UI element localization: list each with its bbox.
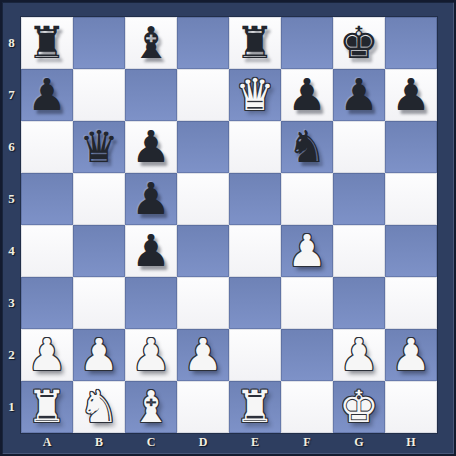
square-g8[interactable]: ♚: [333, 17, 385, 69]
square-a8[interactable]: ♜: [21, 17, 73, 69]
square-d1[interactable]: [177, 381, 229, 433]
square-g1[interactable]: ♚: [333, 381, 385, 433]
piece-black-queen[interactable]: ♛: [79, 121, 118, 173]
square-h5[interactable]: [385, 173, 437, 225]
piece-black-knight[interactable]: ♞: [287, 121, 326, 173]
piece-white-queen[interactable]: ♛: [235, 69, 274, 121]
square-c2[interactable]: ♟: [125, 329, 177, 381]
rank-label-4: 4: [2, 225, 21, 277]
file-label-b: B: [73, 433, 125, 452]
piece-black-pawn[interactable]: ♟: [339, 69, 378, 121]
square-e5[interactable]: [229, 173, 281, 225]
square-e1[interactable]: ♜: [229, 381, 281, 433]
square-b3[interactable]: [73, 277, 125, 329]
piece-white-pawn[interactable]: ♟: [131, 329, 170, 381]
square-g4[interactable]: [333, 225, 385, 277]
piece-black-king[interactable]: ♚: [339, 17, 378, 69]
square-h4[interactable]: [385, 225, 437, 277]
square-c7[interactable]: [125, 69, 177, 121]
file-label-a: A: [21, 433, 73, 452]
square-d7[interactable]: [177, 69, 229, 121]
piece-white-pawn[interactable]: ♟: [27, 329, 66, 381]
file-label-h: H: [385, 433, 437, 452]
square-c8[interactable]: ♝: [125, 17, 177, 69]
rank-label-6: 6: [2, 121, 21, 173]
square-a2[interactable]: ♟: [21, 329, 73, 381]
piece-white-pawn[interactable]: ♟: [339, 329, 378, 381]
square-b5[interactable]: [73, 173, 125, 225]
square-e6[interactable]: [229, 121, 281, 173]
piece-white-rook[interactable]: ♜: [235, 381, 274, 433]
square-b6[interactable]: ♛: [73, 121, 125, 173]
piece-white-rook[interactable]: ♜: [27, 381, 66, 433]
square-f7[interactable]: ♟: [281, 69, 333, 121]
file-label-d: D: [177, 433, 229, 452]
piece-black-bishop[interactable]: ♝: [131, 17, 170, 69]
square-g2[interactable]: ♟: [333, 329, 385, 381]
square-h1[interactable]: [385, 381, 437, 433]
square-c6[interactable]: ♟: [125, 121, 177, 173]
square-h6[interactable]: [385, 121, 437, 173]
piece-white-knight[interactable]: ♞: [79, 381, 118, 433]
square-f5[interactable]: [281, 173, 333, 225]
square-d3[interactable]: [177, 277, 229, 329]
square-b1[interactable]: ♞: [73, 381, 125, 433]
square-g6[interactable]: [333, 121, 385, 173]
piece-white-pawn[interactable]: ♟: [391, 329, 430, 381]
piece-black-pawn[interactable]: ♟: [131, 173, 170, 225]
square-d5[interactable]: [177, 173, 229, 225]
piece-white-pawn[interactable]: ♟: [79, 329, 118, 381]
square-h3[interactable]: [385, 277, 437, 329]
file-label-e: E: [229, 433, 281, 452]
square-e2[interactable]: [229, 329, 281, 381]
file-label-g: G: [333, 433, 385, 452]
piece-black-rook[interactable]: ♜: [235, 17, 274, 69]
piece-black-pawn[interactable]: ♟: [27, 69, 66, 121]
square-e8[interactable]: ♜: [229, 17, 281, 69]
square-d6[interactable]: [177, 121, 229, 173]
file-label-c: C: [125, 433, 177, 452]
rank-label-8: 8: [2, 17, 21, 69]
square-e4[interactable]: [229, 225, 281, 277]
square-d4[interactable]: [177, 225, 229, 277]
square-g3[interactable]: [333, 277, 385, 329]
square-a1[interactable]: ♜: [21, 381, 73, 433]
rank-label-2: 2: [2, 329, 21, 381]
piece-black-rook[interactable]: ♜: [27, 17, 66, 69]
rank-label-7: 7: [2, 69, 21, 121]
square-f8[interactable]: [281, 17, 333, 69]
square-f3[interactable]: [281, 277, 333, 329]
square-c4[interactable]: ♟: [125, 225, 177, 277]
square-d8[interactable]: [177, 17, 229, 69]
square-d2[interactable]: ♟: [177, 329, 229, 381]
file-label-f: F: [281, 433, 333, 452]
square-g7[interactable]: ♟: [333, 69, 385, 121]
square-a3[interactable]: [21, 277, 73, 329]
square-g5[interactable]: [333, 173, 385, 225]
piece-black-pawn[interactable]: ♟: [391, 69, 430, 121]
square-h2[interactable]: ♟: [385, 329, 437, 381]
rank-label-3: 3: [2, 277, 21, 329]
square-c3[interactable]: [125, 277, 177, 329]
square-h8[interactable]: [385, 17, 437, 69]
square-a7[interactable]: ♟: [21, 69, 73, 121]
square-a6[interactable]: [21, 121, 73, 173]
square-c5[interactable]: ♟: [125, 173, 177, 225]
piece-black-pawn[interactable]: ♟: [131, 121, 170, 173]
square-e3[interactable]: [229, 277, 281, 329]
square-f1[interactable]: [281, 381, 333, 433]
square-b4[interactable]: [73, 225, 125, 277]
piece-black-pawn[interactable]: ♟: [287, 69, 326, 121]
square-b8[interactable]: [73, 17, 125, 69]
square-c1[interactable]: ♝: [125, 381, 177, 433]
square-e7[interactable]: ♛: [229, 69, 281, 121]
rank-label-1: 1: [2, 381, 21, 433]
piece-white-bishop[interactable]: ♝: [131, 381, 170, 433]
square-b7[interactable]: [73, 69, 125, 121]
square-b2[interactable]: ♟: [73, 329, 125, 381]
square-f6[interactable]: ♞: [281, 121, 333, 173]
square-a5[interactable]: [21, 173, 73, 225]
rank-labels: 8 7 6 5 4 3 2 1: [2, 17, 21, 433]
square-h7[interactable]: ♟: [385, 69, 437, 121]
piece-white-pawn[interactable]: ♟: [183, 329, 222, 381]
chess-board-frame: 8 7 6 5 4 3 2 1 ♜♝♜♚♟♛♟♟♟♛♟♞♟♟♟♟♟♟♟♟♟♜♞♝…: [0, 0, 456, 456]
piece-white-king[interactable]: ♚: [339, 381, 378, 433]
piece-white-pawn[interactable]: ♟: [287, 225, 326, 277]
file-labels: A B C D E F G H: [21, 433, 437, 452]
piece-black-pawn[interactable]: ♟: [131, 225, 170, 277]
chess-board: ♜♝♜♚♟♛♟♟♟♛♟♞♟♟♟♟♟♟♟♟♟♜♞♝♜♚: [21, 17, 437, 433]
square-f4[interactable]: ♟: [281, 225, 333, 277]
square-a4[interactable]: [21, 225, 73, 277]
square-f2[interactable]: [281, 329, 333, 381]
rank-label-5: 5: [2, 173, 21, 225]
